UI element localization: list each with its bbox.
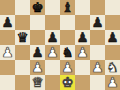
square-c5[interactable] bbox=[30, 30, 45, 45]
black-king: ♚ bbox=[31, 0, 43, 15]
square-c2[interactable]: ♛ bbox=[30, 75, 45, 90]
white-pawn: ♟ bbox=[61, 60, 73, 75]
square-e7[interactable]: ♝ bbox=[60, 0, 75, 15]
white-pawn: ♟ bbox=[76, 45, 88, 60]
square-c6[interactable] bbox=[30, 15, 45, 30]
square-b2[interactable] bbox=[15, 75, 30, 90]
white-pawn: ♟ bbox=[31, 60, 43, 75]
square-f7[interactable] bbox=[75, 0, 90, 15]
square-a7[interactable] bbox=[0, 0, 15, 15]
square-f6[interactable] bbox=[75, 15, 90, 30]
black-knight: ♞ bbox=[61, 45, 73, 60]
black-pawn: ♟ bbox=[91, 15, 103, 30]
black-pawn: ♟ bbox=[31, 45, 43, 60]
square-g3[interactable]: ♟ bbox=[90, 60, 105, 75]
square-f3[interactable] bbox=[75, 60, 90, 75]
square-c4[interactable]: ♟ bbox=[30, 45, 45, 60]
black-bishop: ♝ bbox=[61, 0, 73, 15]
white-pawn: ♟ bbox=[91, 60, 103, 75]
black-pawn: ♟ bbox=[76, 30, 88, 45]
square-e2[interactable]: ♚ bbox=[60, 75, 75, 90]
black-pawn: ♟ bbox=[106, 30, 118, 45]
square-e4[interactable]: ♞ bbox=[60, 45, 75, 60]
square-h3[interactable]: ♞ bbox=[105, 60, 120, 75]
square-e5[interactable] bbox=[60, 30, 75, 45]
square-b3[interactable] bbox=[15, 60, 30, 75]
square-d4[interactable]: ♟ bbox=[45, 45, 60, 60]
square-a2[interactable] bbox=[0, 75, 15, 90]
square-h4[interactable] bbox=[105, 45, 120, 60]
square-d7[interactable] bbox=[45, 0, 60, 15]
square-f4[interactable]: ♟ bbox=[75, 45, 90, 60]
square-c3[interactable]: ♟ bbox=[30, 60, 45, 75]
square-d3[interactable] bbox=[45, 60, 60, 75]
square-b5[interactable]: ♛ bbox=[15, 30, 30, 45]
black-queen: ♛ bbox=[16, 30, 28, 45]
square-b6[interactable] bbox=[15, 15, 30, 30]
square-d2[interactable] bbox=[45, 75, 60, 90]
white-pawn: ♟ bbox=[1, 45, 13, 60]
chess-board: ♚♝♟♟♛♟♟♟♟♟♟♞♟♟♟♟♞♛♚♟ bbox=[0, 0, 120, 90]
black-pawn: ♟ bbox=[1, 15, 13, 30]
square-a3[interactable] bbox=[0, 60, 15, 75]
square-e6[interactable] bbox=[60, 15, 75, 30]
square-f5[interactable]: ♟ bbox=[75, 30, 90, 45]
square-g5[interactable] bbox=[90, 30, 105, 45]
white-pawn: ♟ bbox=[106, 75, 118, 90]
square-g2[interactable] bbox=[90, 75, 105, 90]
square-h5[interactable]: ♟ bbox=[105, 30, 120, 45]
black-pawn: ♟ bbox=[46, 30, 58, 45]
square-c7[interactable]: ♚ bbox=[30, 0, 45, 15]
square-h2[interactable]: ♟ bbox=[105, 75, 120, 90]
square-g6[interactable]: ♟ bbox=[90, 15, 105, 30]
square-d5[interactable]: ♟ bbox=[45, 30, 60, 45]
square-e3[interactable]: ♟ bbox=[60, 60, 75, 75]
square-f2[interactable] bbox=[75, 75, 90, 90]
white-knight: ♞ bbox=[106, 60, 118, 75]
square-a5[interactable] bbox=[0, 30, 15, 45]
square-b4[interactable] bbox=[15, 45, 30, 60]
square-b7[interactable] bbox=[15, 0, 30, 15]
square-a4[interactable]: ♟ bbox=[0, 45, 15, 60]
white-king: ♚ bbox=[61, 75, 73, 90]
white-pawn: ♟ bbox=[46, 45, 58, 60]
white-queen: ♛ bbox=[31, 75, 43, 90]
square-h7[interactable] bbox=[105, 0, 120, 15]
square-h6[interactable] bbox=[105, 15, 120, 30]
square-a6[interactable]: ♟ bbox=[0, 15, 15, 30]
square-d6[interactable] bbox=[45, 15, 60, 30]
square-g4[interactable] bbox=[90, 45, 105, 60]
square-g7[interactable] bbox=[90, 0, 105, 15]
